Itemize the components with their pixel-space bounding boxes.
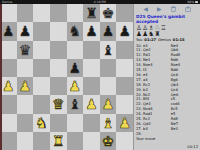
square-a5[interactable] <box>0 59 17 77</box>
square-e5[interactable]: ♟ <box>67 59 84 77</box>
square-b8[interactable] <box>17 4 34 22</box>
square-b5[interactable] <box>17 59 34 77</box>
chess-board[interactable]: ♜♚♟♟♞♟♟♟♛♝♟♟♟♟♛♝♟♟♞♝♟♜♚ <box>0 4 133 150</box>
square-h8[interactable] <box>116 4 133 22</box>
square-e6[interactable] <box>67 41 84 59</box>
square-g2[interactable]: ♝ <box>100 114 117 132</box>
white-queen[interactable]: ♛ <box>52 97 65 111</box>
square-g4[interactable] <box>100 77 117 95</box>
square-e4[interactable]: ♟ <box>67 77 84 95</box>
square-e8[interactable] <box>67 4 84 22</box>
square-b4[interactable]: ♟ <box>17 77 34 95</box>
square-f6[interactable] <box>83 41 100 59</box>
black-move <box>171 132 198 137</box>
square-e7[interactable]: ♞ <box>67 22 84 40</box>
black-queen[interactable]: ♛ <box>19 43 32 57</box>
square-d5[interactable] <box>50 59 67 77</box>
square-e2[interactable] <box>67 114 84 132</box>
black-bishop[interactable]: ♝ <box>69 97 82 111</box>
square-f5[interactable] <box>83 59 100 77</box>
board-left-edge <box>0 4 2 150</box>
square-d3[interactable]: ♛ <box>50 95 67 113</box>
black-bishop[interactable]: ♝ <box>102 43 115 57</box>
board-grid[interactable]: ♜♚♟♟♞♟♟♟♛♝♟♟♟♟♛♝♟♟♞♝♟♜♚ <box>0 4 133 150</box>
opening-name[interactable]: D25 Queen's gambit accepted <box>134 14 200 24</box>
white-pawn[interactable]: ♟ <box>69 79 82 93</box>
square-g7[interactable]: ♟ <box>100 22 117 40</box>
square-d6[interactable] <box>50 41 67 59</box>
square-h2[interactable]: ♟ <box>116 114 133 132</box>
square-f8[interactable]: ♜ <box>83 4 100 22</box>
black-rook[interactable]: ♜ <box>85 6 98 20</box>
white-pawn[interactable]: ♟ <box>102 97 115 111</box>
black-pawn[interactable]: ♟ <box>118 24 131 38</box>
square-a4[interactable]: ♟ <box>0 77 17 95</box>
black-pawn[interactable]: ♟ <box>102 24 115 38</box>
square-f7[interactable]: ♟ <box>83 22 100 40</box>
white-pawn[interactable]: ♟ <box>19 79 32 93</box>
white-king[interactable]: ♚ <box>102 134 115 148</box>
black-player-label: Genius <box>158 38 171 43</box>
square-b1[interactable] <box>17 132 34 150</box>
black-pawn[interactable]: ♟ <box>69 61 82 75</box>
black-pawn[interactable]: ♟ <box>19 24 32 38</box>
square-a2[interactable] <box>0 114 17 132</box>
white-pawn[interactable]: ♟ <box>2 79 15 93</box>
square-b7[interactable]: ♟ <box>17 22 34 40</box>
square-b2[interactable] <box>17 114 34 132</box>
move-timer: 00:12 <box>187 145 198 149</box>
square-h5[interactable] <box>116 59 133 77</box>
app-screen: Genius 4:19 PM 98% ♜♚♟♟♞♟♟♟♛♝♟♟♟♟♛♝♟♟♞♝♟… <box>0 0 200 150</box>
battery-icon <box>195 1 198 3</box>
square-c5[interactable] <box>33 59 50 77</box>
square-a3[interactable] <box>0 95 17 113</box>
square-d4[interactable] <box>50 77 67 95</box>
black-pawn[interactable]: ♟ <box>85 24 98 38</box>
back-arrow-icon[interactable]: ◀ <box>143 6 148 12</box>
black-pawn[interactable]: ♟ <box>2 24 15 38</box>
square-c8[interactable] <box>33 4 50 22</box>
square-b3[interactable] <box>17 95 34 113</box>
square-g3[interactable]: ♟ <box>100 95 117 113</box>
square-f4[interactable] <box>83 77 100 95</box>
square-d8[interactable] <box>50 4 67 22</box>
square-a7[interactable]: ♟ <box>0 22 17 40</box>
square-c7[interactable] <box>33 22 50 40</box>
white-pawn[interactable]: ♟ <box>118 116 131 130</box>
square-g5[interactable] <box>100 59 117 77</box>
square-e1[interactable] <box>67 132 84 150</box>
black-clock: 01:15 <box>173 38 185 43</box>
square-h3[interactable] <box>116 95 133 113</box>
square-d2[interactable] <box>50 114 67 132</box>
white-knight[interactable]: ♞ <box>35 116 48 130</box>
square-a8[interactable] <box>0 4 17 22</box>
square-f2[interactable] <box>83 114 100 132</box>
white-clock: 01:27 <box>144 38 156 43</box>
square-f3[interactable]: ♟ <box>83 95 100 113</box>
white-move: 28. <box>136 132 171 137</box>
turn-status: Your move <box>134 137 200 142</box>
square-a1[interactable] <box>0 132 17 150</box>
square-e3[interactable]: ♝ <box>67 95 84 113</box>
toolbar: ◀ ▶ <box>134 4 200 14</box>
square-g6[interactable]: ♝ <box>100 41 117 59</box>
square-c6[interactable] <box>33 41 50 59</box>
square-b6[interactable]: ♛ <box>17 41 34 59</box>
black-knight[interactable]: ♞ <box>69 24 82 38</box>
white-bishop[interactable]: ♝ <box>102 116 115 130</box>
square-g8[interactable]: ♚ <box>100 4 117 22</box>
square-c4[interactable] <box>33 77 50 95</box>
side-panel: ◀ ▶ D25 Queen's gambit accepted ♙♙♗♘♖ ♟♟… <box>133 4 200 150</box>
move-row[interactable]: 28. <box>136 132 198 137</box>
square-c1[interactable] <box>33 132 50 150</box>
white-player-label: You <box>136 38 142 43</box>
square-h7[interactable]: ♟ <box>116 22 133 40</box>
square-d7[interactable] <box>50 22 67 40</box>
move-list[interactable]: 10. e3Ne411. Qe2Qb612. Rd1Rad813. Ne1Nd6… <box>134 44 200 137</box>
trash-icon[interactable] <box>171 6 176 12</box>
captured-pieces: ♙♙♗♘♖ ♟♟♞♜ <box>134 24 200 37</box>
square-c3[interactable] <box>33 95 50 113</box>
white-pawn[interactable]: ♟ <box>85 97 98 111</box>
square-g1[interactable]: ♚ <box>100 132 117 150</box>
square-h6[interactable] <box>116 41 133 59</box>
square-h1[interactable] <box>116 132 133 150</box>
square-f1[interactable] <box>83 132 100 150</box>
black-king[interactable]: ♚ <box>102 6 115 20</box>
square-h4[interactable] <box>116 77 133 95</box>
share-icon[interactable] <box>185 6 191 12</box>
white-rook[interactable]: ♜ <box>52 134 65 148</box>
square-d1[interactable]: ♜ <box>50 132 67 150</box>
forward-arrow-icon[interactable]: ▶ <box>157 6 162 12</box>
square-a6[interactable] <box>0 41 17 59</box>
square-c2[interactable]: ♞ <box>33 114 50 132</box>
